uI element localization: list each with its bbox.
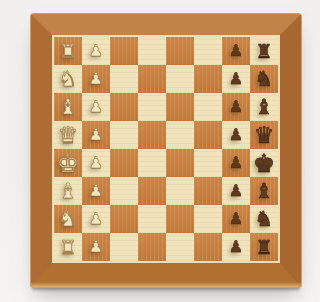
square[interactable]: ♚ [54, 149, 82, 177]
square[interactable]: ♟ [222, 233, 250, 261]
square[interactable] [194, 149, 222, 177]
piece-white-bishop[interactable]: ♝ [59, 181, 78, 202]
piece-black-bishop[interactable]: ♝ [255, 97, 274, 118]
square[interactable] [110, 93, 138, 121]
square[interactable] [110, 149, 138, 177]
square[interactable]: ♟ [82, 37, 110, 65]
square[interactable] [194, 233, 222, 261]
piece-black-bishop[interactable]: ♝ [255, 181, 274, 202]
piece-black-pawn[interactable]: ♟ [229, 99, 243, 115]
square[interactable] [194, 205, 222, 233]
square[interactable]: ♟ [222, 37, 250, 65]
square[interactable]: ♞ [250, 205, 278, 233]
square[interactable]: ♜ [54, 37, 82, 65]
square[interactable] [138, 121, 166, 149]
square[interactable] [194, 177, 222, 205]
board-inner-border: ♜♟♟♜♞♟♟♞♝♟♟♝♛♟♟♛♚♟♟♚♝♟♟♝♞♟♟♞♜♟♟♜ [52, 35, 280, 263]
square[interactable]: ♟ [82, 93, 110, 121]
square[interactable] [110, 205, 138, 233]
square[interactable] [166, 65, 194, 93]
square[interactable] [194, 121, 222, 149]
piece-black-knight[interactable]: ♞ [255, 209, 274, 230]
square[interactable]: ♜ [54, 233, 82, 261]
square[interactable]: ♝ [54, 177, 82, 205]
square[interactable] [166, 149, 194, 177]
piece-white-pawn[interactable]: ♟ [89, 211, 103, 227]
square[interactable]: ♟ [222, 121, 250, 149]
square[interactable] [166, 177, 194, 205]
piece-white-pawn[interactable]: ♟ [89, 71, 103, 87]
square[interactable]: ♟ [82, 65, 110, 93]
square[interactable] [194, 93, 222, 121]
square[interactable]: ♞ [250, 65, 278, 93]
piece-white-knight[interactable]: ♞ [59, 69, 78, 90]
piece-white-pawn[interactable]: ♟ [89, 127, 103, 143]
piece-white-queen[interactable]: ♛ [58, 124, 79, 147]
piece-black-pawn[interactable]: ♟ [229, 155, 243, 171]
square[interactable]: ♟ [222, 65, 250, 93]
square[interactable]: ♟ [82, 233, 110, 261]
square[interactable] [110, 121, 138, 149]
square[interactable] [138, 233, 166, 261]
square[interactable] [138, 65, 166, 93]
square[interactable]: ♟ [82, 149, 110, 177]
square[interactable] [138, 149, 166, 177]
square[interactable] [138, 205, 166, 233]
piece-black-pawn[interactable]: ♟ [229, 183, 243, 199]
piece-black-pawn[interactable]: ♟ [229, 127, 243, 143]
square[interactable]: ♜ [250, 233, 278, 261]
chess-board: ♜♟♟♜♞♟♟♞♝♟♟♝♛♟♟♛♚♟♟♚♝♟♟♝♞♟♟♞♜♟♟♜ [54, 37, 278, 261]
square[interactable]: ♞ [54, 205, 82, 233]
square[interactable]: ♞ [54, 65, 82, 93]
piece-black-king[interactable]: ♚ [253, 151, 275, 176]
square[interactable]: ♝ [54, 93, 82, 121]
square[interactable] [138, 93, 166, 121]
square[interactable] [194, 65, 222, 93]
square[interactable] [194, 37, 222, 65]
square[interactable]: ♟ [222, 205, 250, 233]
piece-black-pawn[interactable]: ♟ [229, 211, 243, 227]
square[interactable]: ♛ [250, 121, 278, 149]
piece-black-knight[interactable]: ♞ [255, 69, 274, 90]
square[interactable]: ♚ [250, 149, 278, 177]
piece-black-queen[interactable]: ♛ [254, 124, 275, 147]
square[interactable] [138, 177, 166, 205]
square[interactable] [166, 93, 194, 121]
piece-white-pawn[interactable]: ♟ [89, 43, 103, 59]
square[interactable]: ♟ [222, 93, 250, 121]
piece-black-rook[interactable]: ♜ [255, 238, 272, 257]
piece-white-pawn[interactable]: ♟ [89, 183, 103, 199]
piece-black-pawn[interactable]: ♟ [229, 43, 243, 59]
square[interactable] [110, 37, 138, 65]
square[interactable] [110, 233, 138, 261]
board-frame: ♜♟♟♜♞♟♟♞♝♟♟♝♛♟♟♛♚♟♟♚♝♟♟♝♞♟♟♞♜♟♟♜ [31, 14, 301, 287]
square[interactable] [110, 177, 138, 205]
photo-background: ♜♟♟♜♞♟♟♞♝♟♟♝♛♟♟♛♚♟♟♚♝♟♟♝♞♟♟♞♜♟♟♜ [0, 0, 320, 302]
square[interactable]: ♟ [222, 177, 250, 205]
piece-black-pawn[interactable]: ♟ [229, 239, 243, 255]
piece-black-rook[interactable]: ♜ [255, 42, 272, 61]
square[interactable] [110, 65, 138, 93]
piece-white-rook[interactable]: ♜ [59, 238, 76, 257]
square[interactable]: ♛ [54, 121, 82, 149]
piece-white-pawn[interactable]: ♟ [89, 155, 103, 171]
square[interactable]: ♟ [222, 149, 250, 177]
square[interactable]: ♝ [250, 93, 278, 121]
square[interactable] [166, 233, 194, 261]
square[interactable] [166, 121, 194, 149]
piece-black-pawn[interactable]: ♟ [229, 71, 243, 87]
square[interactable]: ♝ [250, 177, 278, 205]
piece-white-rook[interactable]: ♜ [59, 42, 76, 61]
square[interactable]: ♜ [250, 37, 278, 65]
square[interactable] [138, 37, 166, 65]
piece-white-pawn[interactable]: ♟ [89, 239, 103, 255]
piece-white-knight[interactable]: ♞ [59, 209, 78, 230]
piece-white-king[interactable]: ♚ [57, 151, 79, 176]
square[interactable]: ♟ [82, 177, 110, 205]
square[interactable] [166, 205, 194, 233]
piece-white-pawn[interactable]: ♟ [89, 99, 103, 115]
piece-white-bishop[interactable]: ♝ [59, 97, 78, 118]
square[interactable]: ♟ [82, 205, 110, 233]
square[interactable]: ♟ [82, 121, 110, 149]
square[interactable] [166, 37, 194, 65]
